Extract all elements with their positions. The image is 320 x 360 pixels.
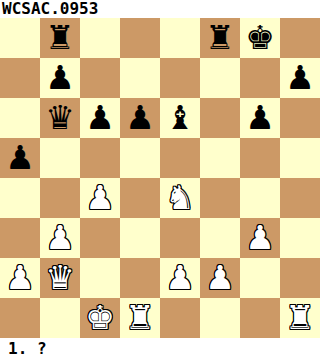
puzzle-title: WCSAC.0953 bbox=[0, 0, 320, 18]
square-a6[interactable] bbox=[0, 98, 40, 138]
square-a2[interactable]: ♟ bbox=[0, 258, 40, 298]
square-h4[interactable] bbox=[280, 178, 320, 218]
square-d2[interactable] bbox=[120, 258, 160, 298]
piece-white-pawn-icon: ♟ bbox=[5, 258, 35, 298]
square-b2[interactable]: ♛ bbox=[40, 258, 80, 298]
piece-black-rook-icon: ♜ bbox=[45, 18, 75, 58]
square-g7[interactable] bbox=[240, 58, 280, 98]
square-b1[interactable] bbox=[40, 298, 80, 338]
square-c7[interactable] bbox=[80, 58, 120, 98]
square-a3[interactable] bbox=[0, 218, 40, 258]
square-f8[interactable]: ♜ bbox=[200, 18, 240, 58]
square-a8[interactable] bbox=[0, 18, 40, 58]
piece-black-pawn-icon: ♟ bbox=[245, 98, 275, 138]
square-g4[interactable] bbox=[240, 178, 280, 218]
square-g2[interactable] bbox=[240, 258, 280, 298]
square-h6[interactable] bbox=[280, 98, 320, 138]
square-d7[interactable] bbox=[120, 58, 160, 98]
square-e7[interactable] bbox=[160, 58, 200, 98]
square-g6[interactable]: ♟ bbox=[240, 98, 280, 138]
square-a1[interactable] bbox=[0, 298, 40, 338]
square-f3[interactable] bbox=[200, 218, 240, 258]
square-e3[interactable] bbox=[160, 218, 200, 258]
square-b3[interactable]: ♟ bbox=[40, 218, 80, 258]
chess-board: ♜♜♚♟♟♛♟♟♝♟♟♟♞♟♟♟♛♟♟♚♜♜ bbox=[0, 18, 320, 338]
piece-black-pawn-icon: ♟ bbox=[285, 58, 315, 98]
square-c6[interactable]: ♟ bbox=[80, 98, 120, 138]
square-a7[interactable] bbox=[0, 58, 40, 98]
square-b8[interactable]: ♜ bbox=[40, 18, 80, 58]
square-h1[interactable]: ♜ bbox=[280, 298, 320, 338]
square-e4[interactable]: ♞ bbox=[160, 178, 200, 218]
square-d1[interactable]: ♜ bbox=[120, 298, 160, 338]
piece-black-pawn-icon: ♟ bbox=[85, 98, 115, 138]
piece-white-rook-icon: ♜ bbox=[285, 298, 315, 338]
square-h3[interactable] bbox=[280, 218, 320, 258]
square-f2[interactable]: ♟ bbox=[200, 258, 240, 298]
square-a4[interactable] bbox=[0, 178, 40, 218]
square-g8[interactable]: ♚ bbox=[240, 18, 280, 58]
square-f7[interactable] bbox=[200, 58, 240, 98]
square-b7[interactable]: ♟ bbox=[40, 58, 80, 98]
piece-white-pawn-icon: ♟ bbox=[45, 218, 75, 258]
square-c5[interactable] bbox=[80, 138, 120, 178]
piece-white-rook-icon: ♜ bbox=[125, 298, 155, 338]
move-prompt: 1. ? bbox=[0, 338, 320, 360]
square-e6[interactable]: ♝ bbox=[160, 98, 200, 138]
piece-black-king-icon: ♚ bbox=[245, 18, 275, 58]
square-h5[interactable] bbox=[280, 138, 320, 178]
square-d6[interactable]: ♟ bbox=[120, 98, 160, 138]
square-f4[interactable] bbox=[200, 178, 240, 218]
square-c2[interactable] bbox=[80, 258, 120, 298]
piece-black-rook-icon: ♜ bbox=[205, 18, 235, 58]
piece-black-pawn-icon: ♟ bbox=[45, 58, 75, 98]
square-b6[interactable]: ♛ bbox=[40, 98, 80, 138]
square-d4[interactable] bbox=[120, 178, 160, 218]
square-e5[interactable] bbox=[160, 138, 200, 178]
square-c1[interactable]: ♚ bbox=[80, 298, 120, 338]
square-g3[interactable]: ♟ bbox=[240, 218, 280, 258]
square-a5[interactable]: ♟ bbox=[0, 138, 40, 178]
square-f5[interactable] bbox=[200, 138, 240, 178]
square-e8[interactable] bbox=[160, 18, 200, 58]
piece-black-bishop-icon: ♝ bbox=[165, 98, 195, 138]
chess-puzzle-window: WCSAC.0953 ♜♜♚♟♟♛♟♟♝♟♟♟♞♟♟♟♛♟♟♚♜♜ 1. ? bbox=[0, 0, 320, 360]
square-g5[interactable] bbox=[240, 138, 280, 178]
square-g1[interactable] bbox=[240, 298, 280, 338]
square-d3[interactable] bbox=[120, 218, 160, 258]
square-d5[interactable] bbox=[120, 138, 160, 178]
square-b4[interactable] bbox=[40, 178, 80, 218]
square-d8[interactable] bbox=[120, 18, 160, 58]
square-c3[interactable] bbox=[80, 218, 120, 258]
piece-white-king-icon: ♚ bbox=[85, 298, 115, 338]
piece-black-queen-icon: ♛ bbox=[45, 98, 75, 138]
square-b5[interactable] bbox=[40, 138, 80, 178]
piece-white-queen-icon: ♛ bbox=[45, 258, 75, 298]
square-c8[interactable] bbox=[80, 18, 120, 58]
square-h7[interactable]: ♟ bbox=[280, 58, 320, 98]
piece-white-pawn-icon: ♟ bbox=[205, 258, 235, 298]
piece-white-pawn-icon: ♟ bbox=[245, 218, 275, 258]
piece-black-pawn-icon: ♟ bbox=[5, 138, 35, 178]
square-f6[interactable] bbox=[200, 98, 240, 138]
piece-white-pawn-icon: ♟ bbox=[85, 178, 115, 218]
piece-white-pawn-icon: ♟ bbox=[165, 258, 195, 298]
square-h8[interactable] bbox=[280, 18, 320, 58]
square-f1[interactable] bbox=[200, 298, 240, 338]
square-e2[interactable]: ♟ bbox=[160, 258, 200, 298]
piece-black-pawn-icon: ♟ bbox=[125, 98, 155, 138]
square-h2[interactable] bbox=[280, 258, 320, 298]
piece-white-knight-icon: ♞ bbox=[165, 178, 195, 218]
square-c4[interactable]: ♟ bbox=[80, 178, 120, 218]
square-e1[interactable] bbox=[160, 298, 200, 338]
